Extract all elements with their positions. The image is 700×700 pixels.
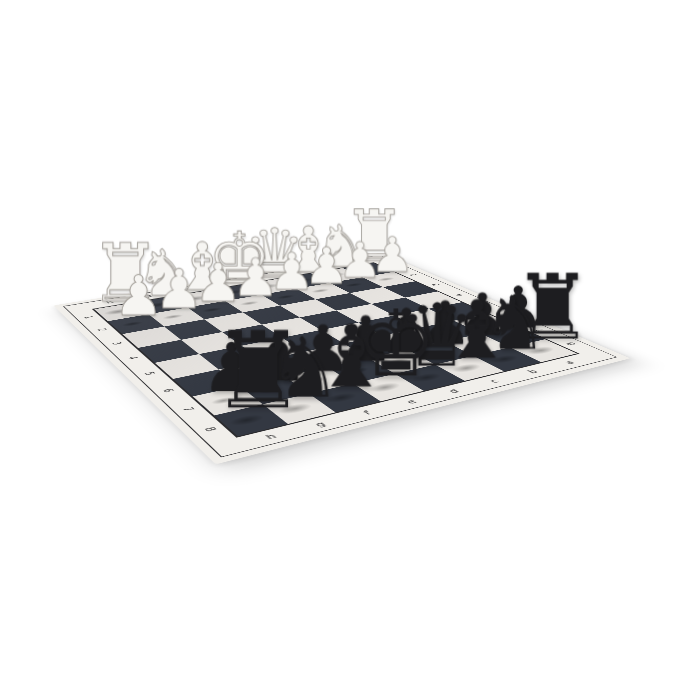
piece-white-pawn-h2[interactable]: ♟ — [94, 269, 183, 324]
piece-black-rook-h8[interactable]: ♜ — [201, 317, 315, 423]
chessboard: hhggffeeddccbbaa1122334455667788 ♜♞♝♛♚♝♞… — [53, 253, 630, 465]
chess-set-product-photo: hhggffeeddccbbaa1122334455667788 ♜♞♝♛♚♝♞… — [0, 0, 700, 700]
pieces-layer: ♜♞♝♛♚♝♞♜♟♟♟♟♟♟♟♟♟♟♟♟♟♟♟♟♜♞♝♛♚♝♞♜ — [53, 253, 630, 465]
